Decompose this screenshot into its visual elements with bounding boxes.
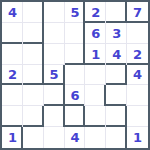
cell-r3c6[interactable]: 4	[127, 65, 148, 86]
cell-r6c2[interactable]	[44, 127, 65, 148]
cell-r6c6[interactable]: 1	[127, 127, 148, 148]
cell-r2c4[interactable]: 1	[85, 44, 106, 65]
cell-r5c3[interactable]	[65, 106, 86, 127]
cell-r4c0[interactable]	[2, 85, 23, 106]
cell-r0c4[interactable]: 2	[85, 2, 106, 23]
cell-r5c5[interactable]	[106, 106, 127, 127]
cell-r3c5[interactable]	[106, 65, 127, 86]
given-digit: 1	[91, 47, 100, 62]
given-digit: 4	[133, 67, 142, 82]
cell-r1c5[interactable]: 3	[106, 23, 127, 44]
cell-r3c2[interactable]: 5	[44, 65, 65, 86]
cell-r6c4[interactable]	[85, 127, 106, 148]
cell-r4c4[interactable]	[85, 85, 106, 106]
given-digit: 2	[133, 47, 142, 62]
cell-r1c6[interactable]	[127, 23, 148, 44]
cell-r3c1[interactable]	[23, 65, 44, 86]
cell-r2c3[interactable]	[65, 44, 86, 65]
cell-r4c1[interactable]	[23, 85, 44, 106]
given-digit: 6	[91, 26, 100, 41]
cell-r6c1[interactable]	[23, 127, 44, 148]
cell-r6c5[interactable]	[106, 127, 127, 148]
cell-r4c5[interactable]	[106, 85, 127, 106]
cell-r3c4[interactable]	[85, 65, 106, 86]
cell-r5c4[interactable]	[85, 106, 106, 127]
cell-r5c6[interactable]	[127, 106, 148, 127]
given-digit: 6	[70, 88, 79, 103]
given-digit: 2	[8, 67, 17, 82]
cell-r4c6[interactable]	[127, 85, 148, 106]
sudoku-board: 4527631422546141	[0, 0, 150, 150]
cell-r5c1[interactable]	[23, 106, 44, 127]
cell-r4c3[interactable]: 6	[65, 85, 86, 106]
given-digit: 4	[8, 5, 17, 20]
cell-r1c2[interactable]	[44, 23, 65, 44]
cell-r1c3[interactable]	[65, 23, 86, 44]
cell-r1c4[interactable]: 6	[85, 23, 106, 44]
given-digit: 5	[70, 5, 79, 20]
cell-r0c6[interactable]: 7	[127, 2, 148, 23]
cell-r0c3[interactable]: 5	[65, 2, 86, 23]
cell-r2c2[interactable]	[44, 44, 65, 65]
given-digit: 7	[133, 5, 142, 20]
given-digit: 4	[112, 47, 121, 62]
cell-r2c5[interactable]: 4	[106, 44, 127, 65]
cell-r6c0[interactable]: 1	[2, 127, 23, 148]
cell-r0c1[interactable]	[23, 2, 44, 23]
cell-r0c5[interactable]	[106, 2, 127, 23]
cell-r0c2[interactable]	[44, 2, 65, 23]
cell-r2c1[interactable]	[23, 44, 44, 65]
cell-r2c0[interactable]	[2, 44, 23, 65]
cell-r1c1[interactable]	[23, 23, 44, 44]
cell-r1c0[interactable]	[2, 23, 23, 44]
cell-r5c0[interactable]	[2, 106, 23, 127]
given-digit: 1	[8, 130, 17, 145]
given-digit: 3	[112, 26, 121, 41]
cell-r0c0[interactable]: 4	[2, 2, 23, 23]
cell-r2c6[interactable]: 2	[127, 44, 148, 65]
cell-r3c3[interactable]	[65, 65, 86, 86]
given-digit: 4	[70, 130, 79, 145]
given-digit: 1	[133, 130, 142, 145]
cell-r6c3[interactable]: 4	[65, 127, 86, 148]
given-digit: 5	[50, 67, 59, 82]
cell-r5c2[interactable]	[44, 106, 65, 127]
given-digit: 2	[91, 5, 100, 20]
puzzle-screenshot: 4527631422546141	[0, 0, 150, 150]
cell-r4c2[interactable]	[44, 85, 65, 106]
cell-r3c0[interactable]: 2	[2, 65, 23, 86]
